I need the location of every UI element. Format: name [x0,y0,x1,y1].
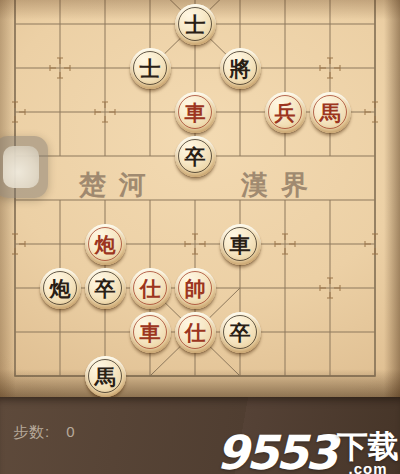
piece-卒-black[interactable]: 卒 [175,136,216,177]
piece-卒-black[interactable]: 卒 [220,312,261,353]
piece-仕-red[interactable]: 仕 [175,312,216,353]
piece-士-black[interactable]: 士 [175,4,216,45]
piece-車-black[interactable]: 車 [220,224,261,265]
piece-車-red[interactable]: 車 [175,92,216,133]
piece-卒-black[interactable]: 卒 [85,268,126,309]
piece-label: 士 [185,14,206,35]
piece-label: 卒 [185,146,206,167]
piece-label: 馬 [320,102,341,123]
floating-widget-icon [3,146,39,188]
bottom-status-bar: 步数:0 9553 下载 .com [0,397,400,474]
watermark-domain: .com [348,462,387,474]
piece-label: 炮 [50,278,71,299]
xiangqi-app-screen: 楚河 漢界 士士將車兵馬卒炮車炮卒仕帥車仕卒馬 步数:0 9553 下载 .co… [0,0,400,474]
piece-label: 卒 [95,278,116,299]
floating-assist-widget[interactable] [0,136,48,198]
xiangqi-board[interactable]: 楚河 漢界 士士將車兵馬卒炮車炮卒仕帥車仕卒馬 [0,0,400,397]
piece-炮-red[interactable]: 炮 [85,224,126,265]
piece-炮-black[interactable]: 炮 [40,268,81,309]
piece-label: 帥 [185,278,206,299]
piece-label: 將 [230,58,251,79]
watermark-9553: 9553 下载 .com [216,431,399,474]
piece-label: 車 [140,322,161,343]
piece-label: 士 [140,58,161,79]
piece-車-red[interactable]: 車 [130,312,171,353]
piece-label: 仕 [185,322,206,343]
step-counter-value: 0 [66,423,75,440]
piece-label: 車 [230,234,251,255]
piece-兵-red[interactable]: 兵 [265,92,306,133]
piece-將-black[interactable]: 將 [220,48,261,89]
piece-馬-black[interactable]: 馬 [85,356,126,397]
piece-label: 馬 [95,366,116,387]
watermark-cn: 下载 [337,432,399,461]
step-counter: 步数:0 [13,423,76,442]
step-counter-label: 步数: [13,423,50,440]
piece-士-black[interactable]: 士 [130,48,171,89]
piece-label: 兵 [275,102,296,123]
pieces-layer: 士士將車兵馬卒炮車炮卒仕帥車仕卒馬 [0,0,398,397]
piece-label: 仕 [140,278,161,299]
piece-label: 卒 [230,322,251,343]
watermark-number: 9553 [216,431,335,474]
piece-仕-red[interactable]: 仕 [130,268,171,309]
piece-帥-red[interactable]: 帥 [175,268,216,309]
piece-馬-red[interactable]: 馬 [310,92,351,133]
piece-label: 車 [185,102,206,123]
piece-label: 炮 [95,234,116,255]
